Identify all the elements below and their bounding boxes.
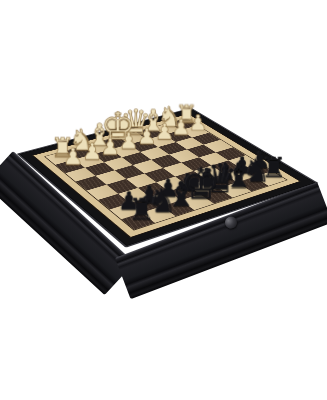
square-e1: ♚ <box>101 137 129 149</box>
white-pawn: ♟ <box>171 116 190 138</box>
square-b1: ♞ <box>153 123 181 135</box>
white-pawn: ♟ <box>119 130 139 152</box>
square-h1: ♜ <box>45 152 74 165</box>
black-rook: ♜ <box>262 153 287 181</box>
square-a4 <box>204 140 233 153</box>
white-pawn: ♟ <box>137 126 157 148</box>
white-pawn: ♟ <box>188 112 207 133</box>
square-c1: ♝ <box>136 128 164 140</box>
square-b2: ♟ <box>164 130 192 142</box>
square-g1: ♞ <box>64 147 93 160</box>
square-g2: ♟ <box>74 154 103 167</box>
square-c3 <box>158 142 187 155</box>
black-pawn: ♟ <box>250 149 271 172</box>
chess-set-product-photo: ♜♞♝♚♛♝♞♜♟♟♟♟♟♟♟♟♟♟♟♟♟♟♟♟♜♞♝♚♛♝♞♜ <box>0 0 327 400</box>
chess-board: ♜♞♝♚♛♝♞♜♟♟♟♟♟♟♟♟♟♟♟♟♟♟♟♟♜♞♝♚♛♝♞♜ <box>17 108 319 248</box>
white-rook: ♜ <box>51 134 75 161</box>
square-e3 <box>122 152 151 165</box>
white-bishop: ♝ <box>140 106 167 136</box>
square-f2: ♟ <box>93 149 122 162</box>
white-king: ♚ <box>101 107 135 145</box>
square-a1: ♜ <box>170 119 198 130</box>
white-pawn: ♟ <box>82 140 102 163</box>
white-pawn: ♟ <box>154 121 174 143</box>
white-knight: ♞ <box>68 126 94 155</box>
board-scene: ♜♞♝♚♛♝♞♜♟♟♟♟♟♟♟♟♟♟♟♟♟♟♟♟♜♞♝♚♛♝♞♜ <box>0 0 327 400</box>
square-a3 <box>192 133 221 145</box>
square-d2: ♟ <box>129 139 158 151</box>
square-h2: ♟ <box>55 159 84 173</box>
square-a2: ♟ <box>181 126 209 138</box>
square-e2: ♟ <box>111 144 140 157</box>
black-pawn: ♟ <box>233 154 254 177</box>
white-queen: ♛ <box>120 105 151 140</box>
square-b4 <box>187 145 216 158</box>
square-d3 <box>140 147 169 160</box>
square-c2: ♟ <box>147 135 175 147</box>
square-c5 <box>181 157 211 170</box>
square-c4 <box>169 150 198 163</box>
square-a6 <box>229 155 259 168</box>
square-a5 <box>216 147 246 160</box>
square-d1: ♛ <box>119 132 147 144</box>
white-rook: ♜ <box>175 102 197 127</box>
square-b5 <box>199 152 229 165</box>
square-d4 <box>151 155 181 168</box>
white-pawn: ♟ <box>100 135 120 158</box>
square-f1: ♝ <box>83 142 111 155</box>
white-pawn: ♟ <box>62 145 83 168</box>
square-b3 <box>175 137 204 149</box>
white-knight: ♞ <box>157 103 182 131</box>
white-bishop: ♝ <box>86 119 114 150</box>
